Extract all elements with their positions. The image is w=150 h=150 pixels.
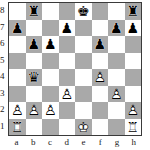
piece-white-pawn: ♙ (9, 102, 26, 119)
square-d5[interactable] (59, 53, 76, 70)
piece-black-pawn: ♟ (108, 20, 125, 37)
square-h4[interactable] (125, 69, 142, 86)
square-e3[interactable] (75, 86, 92, 103)
square-c8[interactable] (42, 3, 59, 20)
square-b1[interactable] (26, 119, 43, 136)
square-h1[interactable]: ♜♖ (125, 119, 142, 136)
square-f1[interactable] (92, 119, 109, 136)
piece-white-pawn: ♙ (59, 86, 76, 103)
square-f2[interactable] (92, 102, 109, 119)
piece-black-pawn: ♟ (125, 20, 142, 37)
piece-black-king: ♚ (75, 3, 92, 20)
square-f4[interactable]: ♟♙ (92, 69, 109, 86)
square-b2[interactable]: ♟♙ (26, 102, 43, 119)
rank-label-3: 3 (0, 85, 8, 102)
square-h6[interactable] (125, 36, 142, 53)
square-e5[interactable] (75, 53, 92, 70)
square-a4[interactable] (9, 69, 26, 86)
file-label-e: e (75, 136, 92, 149)
piece-white-rook: ♖ (9, 119, 26, 136)
square-e4[interactable] (75, 69, 92, 86)
square-a3[interactable] (9, 86, 26, 103)
square-g1[interactable] (108, 119, 125, 136)
square-d7[interactable]: ♟ (59, 20, 76, 37)
piece-white-pawn: ♙ (42, 102, 59, 119)
square-b4[interactable]: ♛ (26, 69, 43, 86)
square-b5[interactable] (26, 53, 43, 70)
square-g6[interactable] (108, 36, 125, 53)
file-label-c: c (42, 136, 59, 149)
rank-label-5: 5 (0, 52, 8, 69)
chess-diagram: 87654321 ♜♚♜♟♟♟♟♟♟♟♛♟♙♟♙♟♙♟♙♟♙♟♙♟♙♜♖♚♔♜♖… (0, 0, 150, 150)
square-c4[interactable] (42, 69, 59, 86)
square-d3[interactable]: ♟♙ (59, 86, 76, 103)
chess-board: ♜♚♜♟♟♟♟♟♟♟♛♟♙♟♙♟♙♟♙♟♙♟♙♟♙♜♖♚♔♜♖ (8, 2, 142, 136)
square-d1[interactable] (59, 119, 76, 136)
rank-label-4: 4 (0, 68, 8, 85)
piece-white-pawn: ♙ (26, 102, 43, 119)
square-d8[interactable] (59, 3, 76, 20)
file-label-f: f (92, 136, 109, 149)
square-h2[interactable]: ♟♙ (125, 102, 142, 119)
rank-label-7: 7 (0, 19, 8, 36)
piece-white-pawn: ♙ (108, 86, 125, 103)
square-h8[interactable]: ♜ (125, 3, 142, 20)
square-c5[interactable] (42, 53, 59, 70)
square-a6[interactable] (9, 36, 26, 53)
square-g7[interactable]: ♟ (108, 20, 125, 37)
piece-black-rook: ♜ (125, 3, 142, 20)
square-g5[interactable] (108, 53, 125, 70)
piece-black-pawn: ♟ (92, 36, 109, 53)
rank-label-2: 2 (0, 101, 8, 118)
file-label-d: d (58, 136, 75, 149)
square-e6[interactable] (75, 36, 92, 53)
rank-label-8: 8 (0, 2, 8, 19)
piece-black-queen: ♛ (26, 69, 43, 86)
piece-black-pawn: ♟ (59, 20, 76, 37)
file-labels: abcdefgh (8, 136, 142, 149)
square-g4[interactable] (108, 69, 125, 86)
file-label-g: g (109, 136, 126, 149)
rank-labels: 87654321 (0, 2, 8, 134)
square-g2[interactable] (108, 102, 125, 119)
square-d6[interactable] (59, 36, 76, 53)
square-f5[interactable] (92, 53, 109, 70)
file-label-h: h (125, 136, 142, 149)
piece-white-pawn: ♙ (92, 69, 109, 86)
square-e2[interactable] (75, 102, 92, 119)
piece-white-king: ♔ (75, 119, 92, 136)
square-c1[interactable] (42, 119, 59, 136)
square-c7[interactable] (42, 20, 59, 37)
square-e1[interactable]: ♚♔ (75, 119, 92, 136)
square-d2[interactable] (59, 102, 76, 119)
square-b6[interactable]: ♟ (26, 36, 43, 53)
square-b3[interactable] (26, 86, 43, 103)
square-e8[interactable]: ♚ (75, 3, 92, 20)
square-a2[interactable]: ♟♙ (9, 102, 26, 119)
piece-black-pawn: ♟ (9, 20, 26, 37)
square-c2[interactable]: ♟♙ (42, 102, 59, 119)
square-c6[interactable]: ♟ (42, 36, 59, 53)
piece-white-pawn: ♙ (125, 102, 142, 119)
square-h3[interactable] (125, 86, 142, 103)
rank-label-6: 6 (0, 35, 8, 52)
square-g8[interactable] (108, 3, 125, 20)
square-d4[interactable] (59, 69, 76, 86)
square-a5[interactable] (9, 53, 26, 70)
square-f8[interactable] (92, 3, 109, 20)
square-a7[interactable]: ♟ (9, 20, 26, 37)
piece-black-rook: ♜ (26, 3, 43, 20)
rank-label-1: 1 (0, 118, 8, 135)
square-h5[interactable] (125, 53, 142, 70)
file-label-b: b (25, 136, 42, 149)
file-label-a: a (8, 136, 25, 149)
piece-white-rook: ♖ (125, 119, 142, 136)
square-g3[interactable]: ♟♙ (108, 86, 125, 103)
piece-black-pawn: ♟ (42, 36, 59, 53)
square-b7[interactable] (26, 20, 43, 37)
square-h7[interactable]: ♟ (125, 20, 142, 37)
square-f3[interactable] (92, 86, 109, 103)
square-a8[interactable] (9, 3, 26, 20)
square-a1[interactable]: ♜♖ (9, 119, 26, 136)
square-e7[interactable] (75, 20, 92, 37)
piece-black-pawn: ♟ (26, 36, 43, 53)
square-b8[interactable]: ♜ (26, 3, 43, 20)
square-f6[interactable]: ♟ (92, 36, 109, 53)
square-c3[interactable] (42, 86, 59, 103)
square-f7[interactable] (92, 20, 109, 37)
